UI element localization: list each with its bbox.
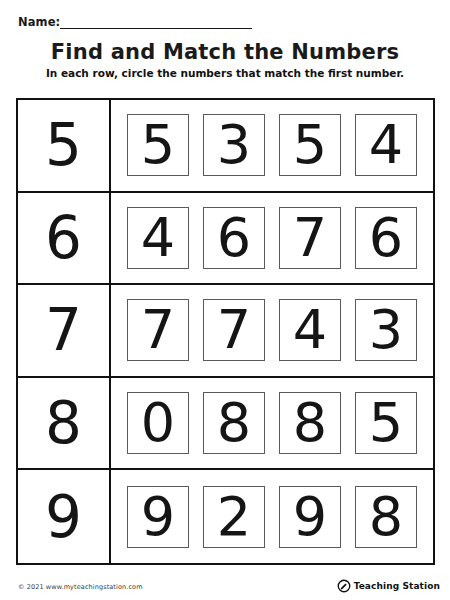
option-r4c3[interactable]: 8: [279, 392, 341, 454]
target-number-2: 6: [18, 193, 111, 284]
options-row-2: 4 6 7 6: [111, 193, 433, 284]
instructions: In each row, circle the numbers that mat…: [0, 67, 450, 79]
target-number-5: 9: [18, 470, 111, 563]
brand-footer: Teaching Station: [337, 579, 440, 593]
target-number-1: 5: [18, 100, 111, 191]
option-r5c4[interactable]: 8: [355, 486, 417, 548]
name-line: Name:: [18, 15, 252, 29]
option-r3c4[interactable]: 3: [355, 299, 417, 361]
worksheet-page: { "game": "find-and-match-numbers-worksh…: [0, 0, 450, 600]
options-row-1: 5 3 5 4: [111, 100, 433, 191]
puzzle-row-5: 9 9 2 9 8: [18, 470, 433, 563]
puzzle-row-1: 5 5 3 5 4: [18, 100, 433, 193]
option-r5c3[interactable]: 9: [279, 486, 341, 548]
option-r2c3[interactable]: 7: [279, 207, 341, 269]
option-r1c3[interactable]: 5: [279, 114, 341, 176]
option-r2c1[interactable]: 4: [127, 207, 189, 269]
option-r1c4[interactable]: 4: [355, 114, 417, 176]
name-label: Name:: [18, 15, 60, 29]
option-r3c1[interactable]: 7: [127, 299, 189, 361]
option-r4c1[interactable]: 0: [127, 392, 189, 454]
page-title: Find and Match the Numbers: [0, 40, 450, 64]
options-row-3: 7 7 4 3: [111, 285, 433, 376]
option-r5c2[interactable]: 2: [203, 486, 265, 548]
option-r2c4[interactable]: 6: [355, 207, 417, 269]
puzzle-row-3: 7 7 7 4 3: [18, 285, 433, 378]
option-r4c2[interactable]: 8: [203, 392, 265, 454]
options-row-5: 9 2 9 8: [111, 470, 433, 563]
puzzle-row-2: 6 4 6 7 6: [18, 193, 433, 286]
option-r1c1[interactable]: 5: [127, 114, 189, 176]
option-r5c1[interactable]: 9: [127, 486, 189, 548]
worksheet-grid: 5 5 3 5 4 6 4 6 7 6 7 7 7 4 3 8 0 8 8: [16, 98, 435, 565]
options-row-4: 0 8 8 5: [111, 378, 433, 469]
option-r1c2[interactable]: 3: [203, 114, 265, 176]
target-number-4: 8: [18, 378, 111, 469]
name-input-line[interactable]: [60, 15, 252, 29]
option-r4c4[interactable]: 5: [355, 392, 417, 454]
teaching-station-logo-icon: [337, 579, 351, 593]
option-r3c2[interactable]: 7: [203, 299, 265, 361]
brand-name: Teaching Station: [354, 581, 440, 591]
option-r3c3[interactable]: 4: [279, 299, 341, 361]
copyright-text: © 2021 www.myteachingstation.com: [18, 583, 143, 591]
option-r2c2[interactable]: 6: [203, 207, 265, 269]
target-number-3: 7: [18, 285, 111, 376]
puzzle-row-4: 8 0 8 8 5: [18, 378, 433, 471]
